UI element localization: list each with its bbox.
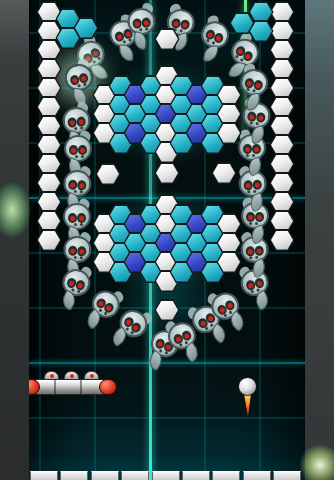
floor-tile bbox=[152, 471, 180, 480]
hex-brick bbox=[270, 115, 295, 137]
skull-enemy bbox=[125, 5, 159, 49]
hex-brick bbox=[270, 134, 295, 156]
skull-nose-icon bbox=[74, 223, 77, 226]
hex-brick bbox=[270, 210, 295, 232]
skull-eye-icon bbox=[76, 116, 86, 127]
skull-eye-icon bbox=[77, 213, 86, 223]
floor-tile bbox=[243, 471, 271, 480]
hex-brick bbox=[270, 229, 295, 251]
skull-tail-icon bbox=[203, 44, 219, 62]
skull-nose-icon bbox=[125, 327, 129, 331]
skull-nose-icon bbox=[139, 28, 142, 31]
skull-eye-icon bbox=[247, 111, 257, 122]
skull-nose-icon bbox=[122, 40, 126, 44]
skull-eye-icon bbox=[75, 279, 86, 291]
skull-head-icon bbox=[63, 203, 91, 230]
hex-brick bbox=[270, 96, 295, 118]
paddle[interactable] bbox=[23, 371, 116, 396]
floor-tile bbox=[30, 471, 58, 480]
hex-brick bbox=[155, 299, 180, 321]
hex-brick bbox=[96, 163, 121, 185]
hex-brick bbox=[270, 77, 295, 99]
skull-eye-icon bbox=[245, 246, 255, 257]
hex-brick bbox=[155, 162, 180, 184]
skull-eye-icon bbox=[171, 18, 181, 29]
skull-eye-icon bbox=[243, 180, 253, 191]
paddle-cap-right bbox=[99, 379, 117, 395]
floor-tile bbox=[60, 471, 88, 480]
skull-eye-icon bbox=[243, 144, 252, 154]
skull-eye-icon bbox=[68, 213, 77, 223]
game-screen bbox=[0, 0, 334, 480]
skull-nose-icon bbox=[212, 41, 216, 45]
flame-trail-icon bbox=[243, 394, 252, 417]
skull-head-icon bbox=[64, 135, 92, 162]
skull-eye-icon bbox=[254, 277, 265, 289]
skull-nose-icon bbox=[77, 84, 81, 88]
skull-eye-icon bbox=[254, 245, 264, 256]
skull-eye-icon bbox=[252, 144, 261, 154]
skull-eye-icon bbox=[78, 72, 89, 84]
playfield[interactable] bbox=[29, 0, 305, 480]
skull-eye-icon bbox=[252, 179, 262, 190]
skull-eye-icon bbox=[68, 245, 78, 256]
skull-eye-icon bbox=[68, 179, 78, 190]
hex-brick bbox=[270, 191, 295, 213]
hex-brick bbox=[270, 153, 295, 175]
paddle-body bbox=[29, 379, 110, 395]
skull-nose-icon bbox=[74, 127, 77, 130]
right-wall bbox=[305, 0, 334, 480]
floor-tile bbox=[121, 471, 149, 480]
skull-nose-icon bbox=[75, 155, 78, 158]
left-wall bbox=[0, 0, 29, 480]
skull-eye-icon bbox=[69, 145, 78, 155]
hex-brick bbox=[270, 172, 295, 194]
skull-nose-icon bbox=[252, 89, 256, 93]
skull-nose-icon bbox=[179, 29, 182, 32]
floor-tile bbox=[182, 471, 210, 480]
floor-tile bbox=[273, 471, 301, 480]
skull-tail-icon bbox=[246, 93, 261, 111]
floor-tile bbox=[91, 471, 119, 480]
skull-eye-icon bbox=[255, 212, 264, 222]
hex-brick bbox=[270, 58, 295, 80]
skull-nose-icon bbox=[74, 190, 77, 193]
grid-line bbox=[29, 417, 305, 419]
skull-eye-icon bbox=[246, 212, 255, 222]
floor-tile bbox=[212, 471, 240, 480]
skull-eye-icon bbox=[77, 180, 87, 191]
hex-brick bbox=[212, 162, 237, 184]
skull-eye-icon bbox=[141, 17, 151, 28]
skull-eye-icon bbox=[77, 246, 87, 257]
skull-nose-icon bbox=[74, 256, 77, 259]
hex-brick bbox=[270, 39, 295, 61]
ball bbox=[238, 377, 257, 396]
skull-eye-icon bbox=[78, 145, 87, 155]
